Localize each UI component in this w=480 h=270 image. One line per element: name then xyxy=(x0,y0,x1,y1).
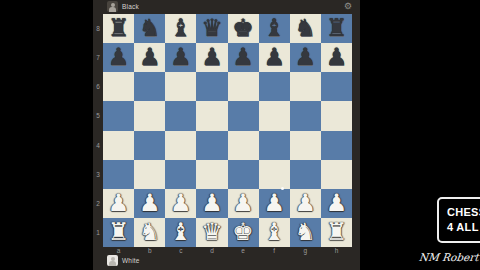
square-f8[interactable]: ♝ xyxy=(259,14,290,43)
square-a5[interactable] xyxy=(103,101,134,130)
square-h4[interactable] xyxy=(321,131,352,160)
piece-black-bishop[interactable]: ♝ xyxy=(170,14,192,43)
rank-label-4: 4 xyxy=(93,131,103,160)
square-h3[interactable] xyxy=(321,160,352,189)
file-label-b: b xyxy=(134,247,165,255)
file-label-e: e xyxy=(228,247,259,255)
rank-label-3: 3 xyxy=(93,160,103,189)
square-f7[interactable]: ♟ xyxy=(259,43,290,72)
square-c3[interactable] xyxy=(165,160,196,189)
brand-line-2: 4 ALL xyxy=(447,221,480,234)
rank-label-8: 8 xyxy=(93,14,103,43)
square-g5[interactable] xyxy=(290,101,321,130)
square-d8[interactable]: ♛ xyxy=(196,14,227,43)
square-b6[interactable] xyxy=(134,72,165,101)
piece-black-rook[interactable]: ♜ xyxy=(108,14,130,43)
piece-white-bishop[interactable]: ♝ xyxy=(263,218,285,247)
square-h5[interactable] xyxy=(321,101,352,130)
square-f5[interactable] xyxy=(259,101,290,130)
piece-white-pawn[interactable]: ♟ xyxy=(232,189,254,218)
square-b4[interactable] xyxy=(134,131,165,160)
square-b3[interactable] xyxy=(134,160,165,189)
piece-black-king[interactable]: ♚ xyxy=(232,14,254,43)
square-d3[interactable] xyxy=(196,160,227,189)
piece-black-pawn[interactable]: ♟ xyxy=(232,43,254,72)
piece-white-pawn[interactable]: ♟ xyxy=(295,189,317,218)
piece-white-rook[interactable]: ♜ xyxy=(108,218,130,247)
square-d1[interactable]: ♛ xyxy=(196,218,227,247)
piece-black-queen[interactable]: ♛ xyxy=(201,14,223,43)
piece-white-pawn[interactable]: ♟ xyxy=(139,189,161,218)
square-a6[interactable] xyxy=(103,72,134,101)
file-labels: abcdefgh xyxy=(103,247,352,255)
square-b2[interactable]: ♟ xyxy=(134,189,165,218)
file-label-c: c xyxy=(165,247,196,255)
square-g4[interactable] xyxy=(290,131,321,160)
avatar-person-icon xyxy=(109,7,116,12)
square-e5[interactable] xyxy=(228,101,259,130)
rank-labels: 87654321 xyxy=(93,14,103,247)
square-g3[interactable] xyxy=(290,160,321,189)
piece-black-rook[interactable]: ♜ xyxy=(326,14,348,43)
white-player-name: White xyxy=(122,257,140,265)
square-e3[interactable] xyxy=(228,160,259,189)
piece-black-bishop[interactable]: ♝ xyxy=(263,14,285,43)
square-h7[interactable]: ♟ xyxy=(321,43,352,72)
settings-gear-icon[interactable]: ⚙ xyxy=(342,0,354,12)
square-c1[interactable]: ♝ xyxy=(165,218,196,247)
square-b1[interactable]: ♞ xyxy=(134,218,165,247)
square-h1[interactable]: ♜ xyxy=(321,218,352,247)
square-g7[interactable]: ♟ xyxy=(290,43,321,72)
square-f3[interactable] xyxy=(259,160,290,189)
square-b8[interactable]: ♞ xyxy=(134,14,165,43)
avatar-person-icon xyxy=(111,3,115,7)
black-player-name: Black xyxy=(122,3,139,11)
square-e8[interactable]: ♚ xyxy=(228,14,259,43)
square-e4[interactable] xyxy=(228,131,259,160)
square-c8[interactable]: ♝ xyxy=(165,14,196,43)
square-d2[interactable]: ♟ xyxy=(196,189,227,218)
piece-black-pawn[interactable]: ♟ xyxy=(108,43,130,72)
avatar-person-icon xyxy=(109,261,116,266)
piece-white-bishop[interactable]: ♝ xyxy=(170,218,192,247)
square-c2[interactable]: ♟ xyxy=(165,189,196,218)
square-f2[interactable]: ♟ xyxy=(259,189,290,218)
white-player-avatar xyxy=(107,255,118,266)
brand-line-1: CHESS xyxy=(447,206,480,219)
piece-white-pawn[interactable]: ♟ xyxy=(201,189,223,218)
rank-label-7: 7 xyxy=(93,43,103,72)
piece-white-knight[interactable]: ♞ xyxy=(139,218,161,247)
chess-board: ♜♞♝♛♚♝♞♜♟♟♟♟♟♟♟♟♟♟♟♟♟♟♟♟♜♞♝♛♚♝♞♜ xyxy=(103,14,352,247)
square-c4[interactable] xyxy=(165,131,196,160)
square-c5[interactable] xyxy=(165,101,196,130)
avatar-person-icon xyxy=(111,257,115,261)
square-e1[interactable]: ♚ xyxy=(228,218,259,247)
square-f4[interactable] xyxy=(259,131,290,160)
square-g6[interactable] xyxy=(290,72,321,101)
piece-black-pawn[interactable]: ♟ xyxy=(263,43,285,72)
square-b7[interactable]: ♟ xyxy=(134,43,165,72)
square-g2[interactable]: ♟ xyxy=(290,189,321,218)
piece-black-pawn[interactable]: ♟ xyxy=(139,43,161,72)
square-g8[interactable]: ♞ xyxy=(290,14,321,43)
rank-label-1: 1 xyxy=(93,218,103,247)
file-label-f: f xyxy=(259,247,290,255)
piece-white-pawn[interactable]: ♟ xyxy=(326,189,348,218)
square-a2[interactable]: ♟ xyxy=(103,189,134,218)
rank-label-5: 5 xyxy=(93,101,103,130)
square-f6[interactable] xyxy=(259,72,290,101)
file-label-d: d xyxy=(196,247,227,255)
piece-black-pawn[interactable]: ♟ xyxy=(201,43,223,72)
square-d6[interactable] xyxy=(196,72,227,101)
square-c7[interactable]: ♟ xyxy=(165,43,196,72)
square-b5[interactable] xyxy=(134,101,165,130)
piece-white-rook[interactable]: ♜ xyxy=(326,218,348,247)
piece-white-knight[interactable]: ♞ xyxy=(295,218,317,247)
rank-label-2: 2 xyxy=(93,189,103,218)
piece-black-pawn[interactable]: ♟ xyxy=(295,43,317,72)
square-d5[interactable] xyxy=(196,101,227,130)
square-f1[interactable]: ♝ xyxy=(259,218,290,247)
square-a7[interactable]: ♟ xyxy=(103,43,134,72)
piece-white-pawn[interactable]: ♟ xyxy=(108,189,130,218)
signature-text: NM Robert R xyxy=(418,251,480,263)
file-label-g: g xyxy=(290,247,321,255)
square-e7[interactable]: ♟ xyxy=(228,43,259,72)
square-a8[interactable]: ♜ xyxy=(103,14,134,43)
piece-black-knight[interactable]: ♞ xyxy=(295,14,317,43)
piece-black-knight[interactable]: ♞ xyxy=(139,14,161,43)
square-c6[interactable] xyxy=(165,72,196,101)
square-a3[interactable] xyxy=(103,160,134,189)
cursor-dot xyxy=(281,187,284,190)
video-frame: Black ⚙ 87654321 ♜♞♝♛♚♝♞♜♟♟♟♟♟♟♟♟♟♟♟♟♟♟♟… xyxy=(0,0,480,270)
square-d4[interactable] xyxy=(196,131,227,160)
square-h6[interactable] xyxy=(321,72,352,101)
square-a4[interactable] xyxy=(103,131,134,160)
black-player-avatar xyxy=(107,1,118,12)
brand-badge: CHESS 4 ALL xyxy=(437,197,480,243)
square-e6[interactable] xyxy=(228,72,259,101)
rank-label-6: 6 xyxy=(93,72,103,101)
file-label-a: a xyxy=(103,247,134,255)
square-h2[interactable]: ♟ xyxy=(321,189,352,218)
square-d7[interactable]: ♟ xyxy=(196,43,227,72)
square-a1[interactable]: ♜ xyxy=(103,218,134,247)
square-h8[interactable]: ♜ xyxy=(321,14,352,43)
piece-black-pawn[interactable]: ♟ xyxy=(170,43,192,72)
file-label-h: h xyxy=(321,247,352,255)
piece-black-pawn[interactable]: ♟ xyxy=(326,43,348,72)
piece-white-pawn[interactable]: ♟ xyxy=(263,189,285,218)
square-g1[interactable]: ♞ xyxy=(290,218,321,247)
piece-white-pawn[interactable]: ♟ xyxy=(170,189,192,218)
square-e2[interactable]: ♟ xyxy=(228,189,259,218)
piece-white-king[interactable]: ♚ xyxy=(232,218,254,247)
piece-white-queen[interactable]: ♛ xyxy=(201,218,223,247)
